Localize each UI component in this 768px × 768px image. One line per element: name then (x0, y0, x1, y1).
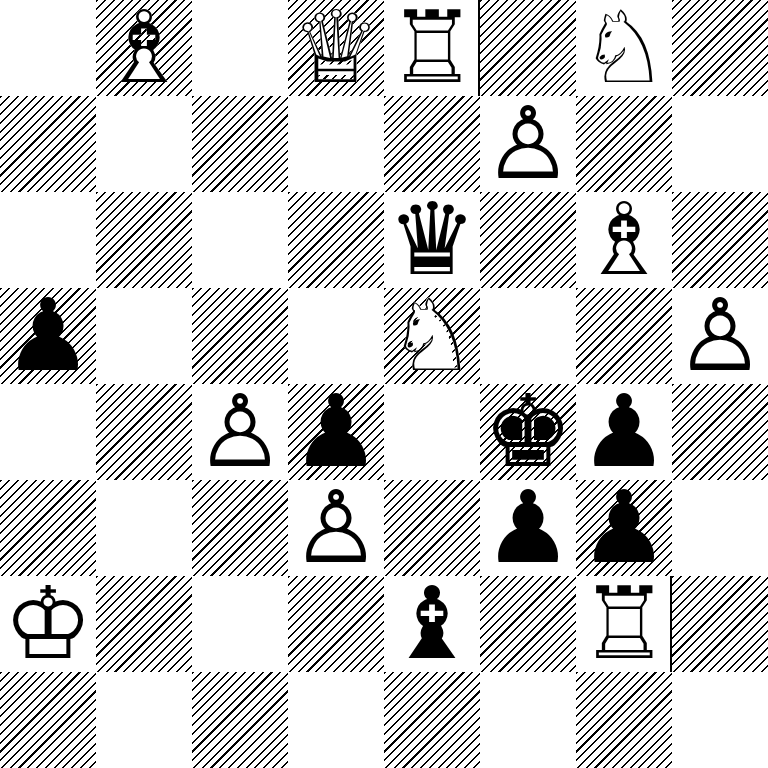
white-king-fill: ♚ (0, 576, 96, 672)
square-d3[interactable]: ♟♙ (288, 480, 384, 576)
square-e5[interactable]: ♞♘ (384, 288, 480, 384)
chessboard[interactable]: ♝♗♛♕♜♖♞♘♟♙♛♝♗♟♞♘♟♙♟♙♟♚♟♟♙♟♟♚♔♝♜♖ (0, 0, 768, 768)
square-c7[interactable] (192, 96, 288, 192)
square-e2[interactable]: ♝ (384, 576, 480, 672)
square-c5[interactable] (192, 288, 288, 384)
black-pawn-f3[interactable]: ♟ (480, 480, 576, 576)
square-h7[interactable] (672, 96, 768, 192)
white-pawn-f7[interactable]: ♙ (480, 96, 576, 192)
white-queen-d8[interactable]: ♕ (288, 0, 384, 96)
square-h2[interactable] (672, 576, 768, 672)
square-f5[interactable] (480, 288, 576, 384)
white-rook-fill: ♜ (384, 0, 480, 96)
white-knight-g8[interactable]: ♘ (576, 0, 672, 96)
white-bishop-fill: ♝ (576, 192, 672, 288)
square-d4[interactable]: ♟ (288, 384, 384, 480)
white-pawn-fill: ♟ (672, 288, 768, 384)
black-pawn-a5[interactable]: ♟ (0, 288, 96, 384)
square-h6[interactable] (672, 192, 768, 288)
square-a4[interactable] (0, 384, 96, 480)
square-b2[interactable] (96, 576, 192, 672)
square-g1[interactable] (576, 672, 672, 768)
white-pawn-d3[interactable]: ♙ (288, 480, 384, 576)
square-d5[interactable] (288, 288, 384, 384)
square-g7[interactable] (576, 96, 672, 192)
square-a2[interactable]: ♚♔ (0, 576, 96, 672)
chessboard-screenshot: ♝♗♛♕♜♖♞♘♟♙♛♝♗♟♞♘♟♙♟♙♟♚♟♟♙♟♟♚♔♝♜♖ (0, 0, 768, 768)
square-b5[interactable] (96, 288, 192, 384)
square-f3[interactable]: ♟ (480, 480, 576, 576)
square-h1[interactable] (672, 672, 768, 768)
square-h3[interactable] (672, 480, 768, 576)
square-g6[interactable]: ♝♗ (576, 192, 672, 288)
square-g5[interactable] (576, 288, 672, 384)
square-d7[interactable] (288, 96, 384, 192)
square-f6[interactable] (480, 192, 576, 288)
white-knight-e5[interactable]: ♘ (384, 288, 480, 384)
black-king-f4[interactable]: ♚ (480, 384, 576, 480)
square-c3[interactable] (192, 480, 288, 576)
black-pawn-d4[interactable]: ♟ (288, 384, 384, 480)
square-a5[interactable]: ♟ (0, 288, 96, 384)
square-b3[interactable] (96, 480, 192, 576)
square-d6[interactable] (288, 192, 384, 288)
black-queen-e6[interactable]: ♛ (384, 192, 480, 288)
square-e8[interactable]: ♜♖ (384, 0, 480, 96)
white-pawn-c4[interactable]: ♙ (192, 384, 288, 480)
white-king-a2[interactable]: ♔ (0, 576, 96, 672)
square-c2[interactable] (192, 576, 288, 672)
square-b4[interactable] (96, 384, 192, 480)
square-b8[interactable]: ♝♗ (96, 0, 192, 96)
black-bishop-e2[interactable]: ♝ (384, 576, 480, 672)
square-b7[interactable] (96, 96, 192, 192)
square-a6[interactable] (0, 192, 96, 288)
square-c6[interactable] (192, 192, 288, 288)
white-rook-g2[interactable]: ♖ (576, 576, 672, 672)
square-d2[interactable] (288, 576, 384, 672)
white-pawn-fill: ♟ (192, 384, 288, 480)
square-c4[interactable]: ♟♙ (192, 384, 288, 480)
square-d8[interactable]: ♛♕ (288, 0, 384, 96)
square-c1[interactable] (192, 672, 288, 768)
square-a3[interactable] (0, 480, 96, 576)
white-queen-fill: ♛ (288, 0, 384, 96)
white-knight-fill: ♞ (384, 288, 480, 384)
square-e1[interactable] (384, 672, 480, 768)
square-h5[interactable]: ♟♙ (672, 288, 768, 384)
square-f1[interactable] (480, 672, 576, 768)
square-e6[interactable]: ♛ (384, 192, 480, 288)
white-bishop-fill: ♝ (96, 0, 192, 96)
square-e4[interactable] (384, 384, 480, 480)
square-g8[interactable]: ♞♘ (576, 0, 672, 96)
square-a1[interactable] (0, 672, 96, 768)
square-a7[interactable] (0, 96, 96, 192)
square-b1[interactable] (96, 672, 192, 768)
square-f2[interactable] (480, 576, 576, 672)
white-bishop-b8[interactable]: ♗ (96, 0, 192, 96)
square-f7[interactable]: ♟♙ (480, 96, 576, 192)
square-f4[interactable]: ♚ (480, 384, 576, 480)
white-rook-e8[interactable]: ♖ (384, 0, 480, 96)
black-pawn-g3[interactable]: ♟ (576, 480, 672, 576)
black-pawn-g4[interactable]: ♟ (576, 384, 672, 480)
square-g3[interactable]: ♟ (576, 480, 672, 576)
square-g2[interactable]: ♜♖ (576, 576, 672, 672)
square-b6[interactable] (96, 192, 192, 288)
square-e7[interactable] (384, 96, 480, 192)
white-knight-fill: ♞ (576, 0, 672, 96)
square-d1[interactable] (288, 672, 384, 768)
square-g4[interactable]: ♟ (576, 384, 672, 480)
square-e3[interactable] (384, 480, 480, 576)
square-a8[interactable] (0, 0, 96, 96)
square-f8[interactable] (480, 0, 576, 96)
square-c8[interactable] (192, 0, 288, 96)
white-pawn-h5[interactable]: ♙ (672, 288, 768, 384)
square-h8[interactable] (672, 0, 768, 96)
white-pawn-fill: ♟ (480, 96, 576, 192)
white-rook-fill: ♜ (576, 576, 672, 672)
white-bishop-g6[interactable]: ♗ (576, 192, 672, 288)
white-pawn-fill: ♟ (288, 480, 384, 576)
square-h4[interactable] (672, 384, 768, 480)
